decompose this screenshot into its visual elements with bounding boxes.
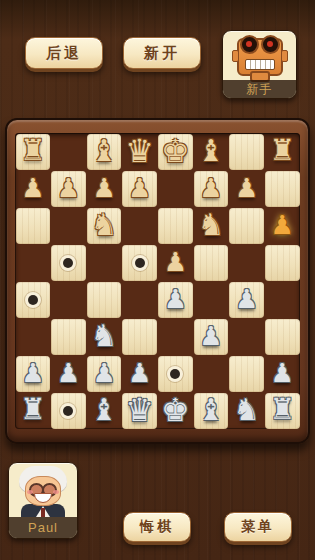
move-hint-dot-b1[interactable] <box>63 406 73 416</box>
square-e8[interactable]: ♚ <box>158 133 194 170</box>
square-c1[interactable]: ♝ <box>86 392 122 429</box>
square-f8[interactable]: ♝ <box>193 133 229 170</box>
black-pawn-b7[interactable]: ♟ <box>57 175 80 201</box>
square-g6[interactable] <box>229 207 265 244</box>
square-d5[interactable] <box>122 244 158 281</box>
square-c5[interactable] <box>86 244 122 281</box>
white-rook-h1[interactable]: ♜ <box>269 395 295 424</box>
square-h7[interactable] <box>264 170 300 207</box>
square-b6[interactable] <box>51 207 87 244</box>
white-pawn-g4[interactable]: ♟ <box>235 286 258 312</box>
square-f1[interactable]: ♝ <box>193 392 229 429</box>
square-a7[interactable]: ♟ <box>15 170 51 207</box>
square-e7[interactable] <box>158 170 194 207</box>
square-b2[interactable]: ♟ <box>51 355 87 392</box>
square-h3[interactable] <box>264 318 300 355</box>
new-game-button[interactable]: 新开 <box>123 37 201 69</box>
square-c8[interactable]: ♝ <box>86 133 122 170</box>
square-h8[interactable]: ♜ <box>264 133 300 170</box>
square-a3[interactable] <box>15 318 51 355</box>
white-pawn-a2[interactable]: ♟ <box>21 360 44 386</box>
square-a1[interactable]: ♜ <box>15 392 51 429</box>
player-name-label: Paul <box>9 517 77 538</box>
chess-board: ♜♝♛♚♝♜♟♟♟♟♟♟♞♞♟♟♟♟♞♟♟♟♟♟♟♜♝♛♚♝♞♜ <box>15 133 300 429</box>
square-b1[interactable] <box>51 392 87 429</box>
move-hint-dot-a4[interactable] <box>28 295 38 305</box>
move-hint-dot-d5[interactable] <box>135 258 145 268</box>
square-f7[interactable]: ♟ <box>193 170 229 207</box>
white-rook-a1[interactable]: ♜ <box>20 395 46 424</box>
square-e2[interactable] <box>158 355 194 392</box>
square-g5[interactable] <box>229 244 265 281</box>
player-avatar-card[interactable]: Paul <box>8 462 78 539</box>
white-king-e1[interactable]: ♚ <box>161 394 190 426</box>
square-d6[interactable] <box>122 207 158 244</box>
robot-icon <box>223 31 296 80</box>
square-b7[interactable]: ♟ <box>51 170 87 207</box>
square-g7[interactable]: ♟ <box>229 170 265 207</box>
black-pawn-h6[interactable]: ♟ <box>271 212 294 238</box>
old-man-icon <box>9 463 77 517</box>
chess-app-screen: 后退 新开 新手 ♜♝♛♚♝♜♟♟♟♟♟♟♞♞♟♟♟♟♞♟♟♟♟♟♟♜♝♛♚♝♞… <box>0 0 315 560</box>
square-h2[interactable]: ♟ <box>264 355 300 392</box>
square-d4[interactable] <box>122 281 158 318</box>
square-e6[interactable] <box>158 207 194 244</box>
square-h6[interactable]: ♟ <box>264 207 300 244</box>
black-pawn-c7[interactable]: ♟ <box>92 175 115 201</box>
square-b3[interactable] <box>51 318 87 355</box>
square-g2[interactable] <box>229 355 265 392</box>
black-pawn-e5[interactable]: ♟ <box>164 249 187 275</box>
square-d3[interactable] <box>122 318 158 355</box>
square-f5[interactable] <box>193 244 229 281</box>
white-knight-c3[interactable]: ♞ <box>91 321 118 351</box>
square-c4[interactable] <box>86 281 122 318</box>
square-e5[interactable]: ♟ <box>158 244 194 281</box>
square-a2[interactable]: ♟ <box>15 355 51 392</box>
black-pawn-a7[interactable]: ♟ <box>21 175 44 201</box>
square-g4[interactable]: ♟ <box>229 281 265 318</box>
square-b8[interactable] <box>51 133 87 170</box>
square-e4[interactable]: ♟ <box>158 281 194 318</box>
back-button[interactable]: 后退 <box>25 37 103 69</box>
black-rook-a8[interactable]: ♜ <box>20 136 46 165</box>
square-d8[interactable]: ♛ <box>122 133 158 170</box>
square-d1[interactable]: ♛ <box>122 392 158 429</box>
white-bishop-f1[interactable]: ♝ <box>197 395 224 425</box>
square-a4[interactable] <box>15 281 51 318</box>
square-c7[interactable]: ♟ <box>86 170 122 207</box>
black-knight-c6[interactable]: ♞ <box>91 210 118 240</box>
menu-button[interactable]: 菜单 <box>224 512 292 542</box>
black-king-e8[interactable]: ♚ <box>161 135 190 167</box>
square-a8[interactable]: ♜ <box>15 133 51 170</box>
square-f4[interactable] <box>193 281 229 318</box>
opponent-avatar-card[interactable]: 新手 <box>222 30 297 99</box>
square-b5[interactable] <box>51 244 87 281</box>
square-g1[interactable]: ♞ <box>229 392 265 429</box>
black-queen-d8[interactable]: ♛ <box>125 135 154 167</box>
square-d2[interactable]: ♟ <box>122 355 158 392</box>
square-h1[interactable]: ♜ <box>264 392 300 429</box>
white-pawn-c2[interactable]: ♟ <box>92 360 115 386</box>
square-g3[interactable] <box>229 318 265 355</box>
white-knight-g1[interactable]: ♞ <box>233 395 260 425</box>
square-h5[interactable] <box>264 244 300 281</box>
square-b4[interactable] <box>51 281 87 318</box>
square-d7[interactable]: ♟ <box>122 170 158 207</box>
square-e3[interactable] <box>158 318 194 355</box>
move-hint-dot-e2[interactable] <box>170 369 180 379</box>
black-knight-f6[interactable]: ♞ <box>197 210 224 240</box>
square-c3[interactable]: ♞ <box>86 318 122 355</box>
white-pawn-e4[interactable]: ♟ <box>164 286 187 312</box>
square-c6[interactable]: ♞ <box>86 207 122 244</box>
white-pawn-h2[interactable]: ♟ <box>271 360 294 386</box>
white-pawn-b2[interactable]: ♟ <box>57 360 80 386</box>
white-bishop-c1[interactable]: ♝ <box>91 395 118 425</box>
white-queen-d1[interactable]: ♛ <box>125 394 154 426</box>
board-grid: ♜♝♛♚♝♜♟♟♟♟♟♟♞♞♟♟♟♟♞♟♟♟♟♟♟♜♝♛♚♝♞♜ <box>15 133 300 429</box>
black-bishop-f8[interactable]: ♝ <box>197 136 224 166</box>
black-bishop-c8[interactable]: ♝ <box>91 136 118 166</box>
white-pawn-d2[interactable]: ♟ <box>128 360 151 386</box>
square-g8[interactable] <box>229 133 265 170</box>
square-c2[interactable]: ♟ <box>86 355 122 392</box>
square-h4[interactable] <box>264 281 300 318</box>
move-hint-dot-b5[interactable] <box>63 258 73 268</box>
opponent-name-label: 新手 <box>223 80 296 98</box>
square-f3[interactable]: ♟ <box>193 318 229 355</box>
square-a6[interactable] <box>15 207 51 244</box>
chess-board-frame: ♜♝♛♚♝♜♟♟♟♟♟♟♞♞♟♟♟♟♞♟♟♟♟♟♟♜♝♛♚♝♞♜ <box>5 118 310 444</box>
black-pawn-f7[interactable]: ♟ <box>199 175 222 201</box>
white-pawn-f3[interactable]: ♟ <box>199 323 222 349</box>
black-pawn-d7[interactable]: ♟ <box>128 175 151 201</box>
undo-move-button[interactable]: 悔棋 <box>123 512 191 542</box>
black-pawn-g7[interactable]: ♟ <box>235 175 258 201</box>
square-f6[interactable]: ♞ <box>193 207 229 244</box>
square-e1[interactable]: ♚ <box>158 392 194 429</box>
square-a5[interactable] <box>15 244 51 281</box>
black-rook-h8[interactable]: ♜ <box>269 136 295 165</box>
square-f2[interactable] <box>193 355 229 392</box>
